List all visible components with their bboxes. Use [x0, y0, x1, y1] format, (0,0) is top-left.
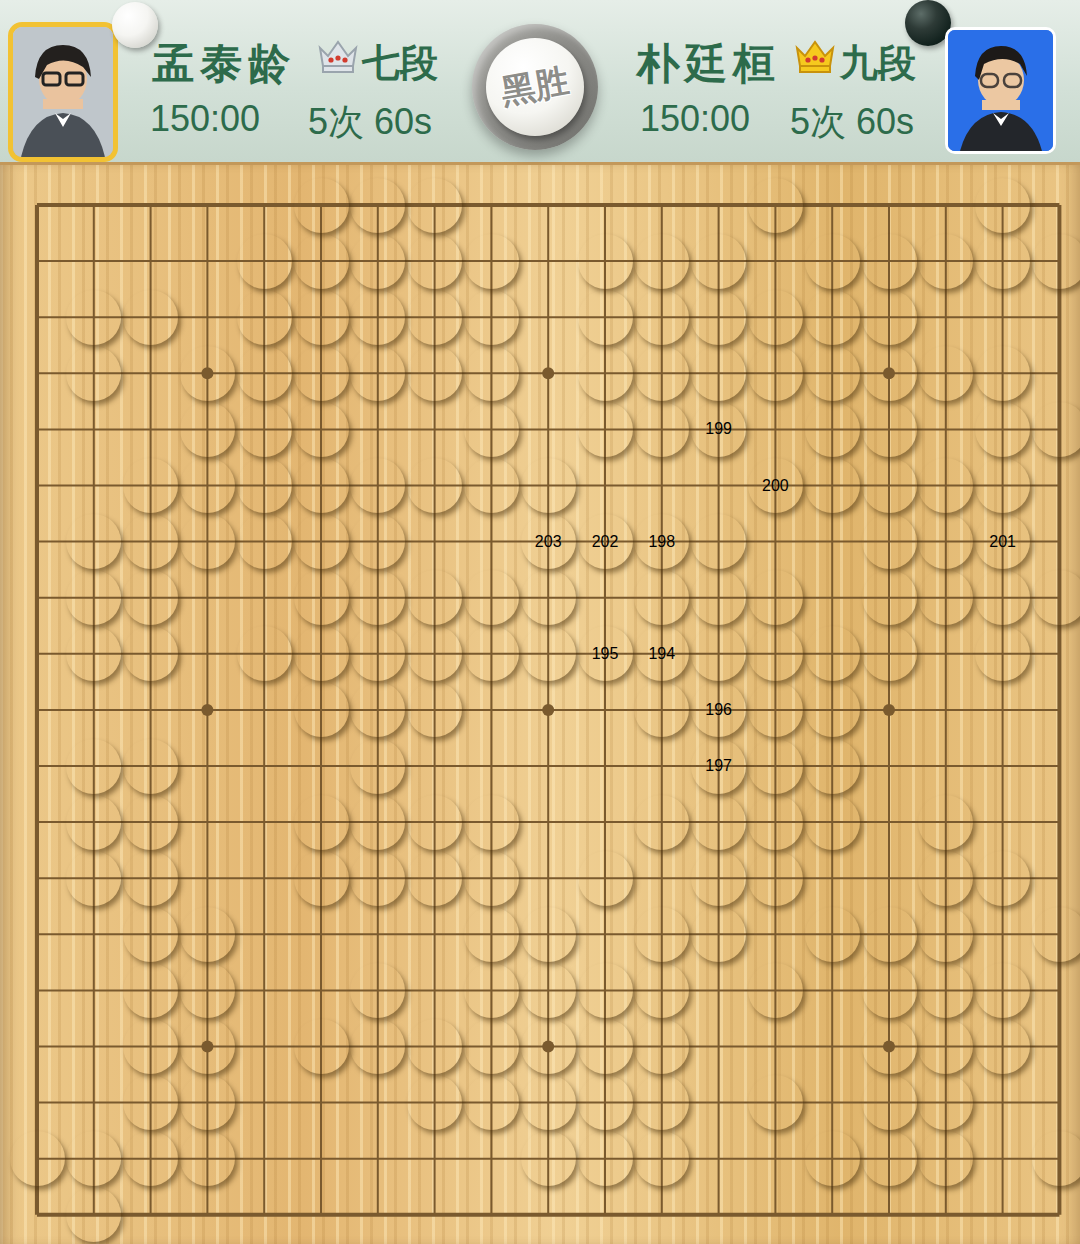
stone-black[interactable]	[464, 402, 519, 457]
stone-black[interactable]	[975, 234, 1030, 289]
silver-crown-icon	[316, 36, 360, 76]
stone-white[interactable]	[180, 1075, 235, 1130]
star-point	[201, 704, 213, 716]
result-badge: 黑胜	[472, 24, 598, 150]
stone-black[interactable]	[407, 1019, 462, 1074]
stone-black[interactable]	[464, 346, 519, 401]
stone-black[interactable]	[237, 346, 292, 401]
stone-black[interactable]	[464, 290, 519, 345]
stone-white[interactable]	[691, 514, 746, 569]
stone-black[interactable]	[66, 290, 121, 345]
stone-white[interactable]	[464, 1075, 519, 1130]
stone-white[interactable]	[407, 851, 462, 906]
stone-black[interactable]	[578, 402, 633, 457]
stone-white[interactable]	[975, 851, 1030, 906]
stone-white[interactable]	[350, 458, 405, 513]
stone-white[interactable]	[237, 514, 292, 569]
stone-white[interactable]	[294, 626, 349, 681]
stone-white[interactable]	[294, 234, 349, 289]
move-number-label: 201	[989, 533, 1016, 551]
stone-white[interactable]	[237, 458, 292, 513]
stone-black[interactable]	[237, 290, 292, 345]
stone-black[interactable]	[464, 234, 519, 289]
stone-white[interactable]	[407, 570, 462, 625]
stone-black[interactable]: 203	[521, 514, 576, 569]
stone-black[interactable]: 199	[691, 402, 746, 457]
stone-black[interactable]	[918, 458, 973, 513]
move-number-label: 194	[648, 645, 675, 663]
gold-crown-icon	[793, 36, 837, 76]
result-badge-text: 黑胜	[498, 58, 573, 115]
stone-black[interactable]	[237, 234, 292, 289]
stone-white[interactable]	[350, 851, 405, 906]
stone-black[interactable]	[748, 682, 803, 737]
stone-white[interactable]	[634, 234, 689, 289]
stone-black[interactable]	[521, 963, 576, 1018]
stone-black[interactable]	[748, 290, 803, 345]
stone-black[interactable]	[578, 963, 633, 1018]
stone-black[interactable]	[521, 626, 576, 681]
stone-black[interactable]	[123, 963, 178, 1018]
stone-white[interactable]	[862, 963, 917, 1018]
left-player-photo	[13, 27, 113, 157]
stone-white[interactable]	[805, 402, 860, 457]
stone-black[interactable]	[634, 963, 689, 1018]
stone-black[interactable]	[180, 402, 235, 457]
stone-black[interactable]: 197	[691, 739, 746, 794]
stone-white[interactable]	[862, 458, 917, 513]
stone-black[interactable]	[294, 402, 349, 457]
match-header: 孟泰龄 七段 150:00 5次 60s 黑胜 朴廷桓 九段 150:00 5次…	[0, 0, 1080, 165]
move-number-label: 198	[648, 533, 675, 551]
stone-white[interactable]	[1032, 907, 1080, 962]
stone-white[interactable]	[862, 234, 917, 289]
stone-black[interactable]	[123, 290, 178, 345]
move-number-label: 202	[592, 533, 619, 551]
stone-white[interactable]	[294, 290, 349, 345]
stone-black[interactable]	[180, 458, 235, 513]
stone-black[interactable]	[748, 739, 803, 794]
stone-black[interactable]	[1032, 1131, 1080, 1186]
stone-white[interactable]	[578, 1131, 633, 1186]
stone-black[interactable]	[521, 907, 576, 962]
stone-black[interactable]	[123, 514, 178, 569]
stone-white[interactable]	[691, 907, 746, 962]
stone-white[interactable]	[862, 1019, 917, 1074]
move-number-label: 203	[535, 533, 562, 551]
stone-white[interactable]	[180, 907, 235, 962]
stone-black[interactable]	[521, 570, 576, 625]
move-number-label: 197	[705, 757, 732, 775]
stone-white[interactable]	[578, 290, 633, 345]
stone-white[interactable]	[123, 851, 178, 906]
stone-black[interactable]	[748, 851, 803, 906]
stone-white[interactable]	[521, 1131, 576, 1186]
app-screen: 孟泰龄 七段 150:00 5次 60s 黑胜 朴廷桓 九段 150:00 5次…	[0, 0, 1080, 1244]
stone-white[interactable]	[123, 570, 178, 625]
stone-white[interactable]	[691, 570, 746, 625]
stone-white[interactable]	[578, 1019, 633, 1074]
stone-white[interactable]	[805, 682, 860, 737]
stone-white[interactable]	[180, 1131, 235, 1186]
stone-white[interactable]	[66, 346, 121, 401]
stone-white[interactable]	[862, 1075, 917, 1130]
stone-white[interactable]	[294, 570, 349, 625]
stone-black[interactable]	[634, 402, 689, 457]
stone-black[interactable]	[862, 402, 917, 457]
stone-white[interactable]	[748, 963, 803, 1018]
star-point	[542, 704, 554, 716]
stone-white[interactable]	[464, 458, 519, 513]
stone-black[interactable]: 195	[578, 626, 633, 681]
stone-black[interactable]	[918, 346, 973, 401]
stone-black[interactable]	[975, 346, 1030, 401]
stone-black[interactable]	[350, 739, 405, 794]
stone-black[interactable]	[918, 1019, 973, 1074]
stone-white[interactable]	[123, 1131, 178, 1186]
stone-white[interactable]	[180, 963, 235, 1018]
stone-white[interactable]	[805, 907, 860, 962]
stone-white[interactable]	[748, 795, 803, 850]
stone-white[interactable]	[975, 963, 1030, 1018]
stone-white[interactable]	[862, 514, 917, 569]
star-point	[883, 704, 895, 716]
move-number-label: 199	[705, 420, 732, 438]
stone-white[interactable]	[748, 570, 803, 625]
stone-white[interactable]	[805, 1131, 860, 1186]
stone-white[interactable]	[294, 1019, 349, 1074]
stone-black[interactable]	[691, 346, 746, 401]
stone-white[interactable]	[918, 907, 973, 962]
stone-black[interactable]	[464, 795, 519, 850]
stone-black[interactable]	[975, 458, 1030, 513]
stone-black[interactable]	[862, 907, 917, 962]
stone-black[interactable]	[975, 570, 1030, 625]
right-player-name: 朴廷桓	[637, 36, 781, 92]
move-number-label: 200	[762, 477, 789, 495]
stone-black[interactable]	[294, 458, 349, 513]
stone-black[interactable]	[350, 795, 405, 850]
stone-white[interactable]	[464, 570, 519, 625]
stone-black[interactable]	[350, 963, 405, 1018]
stone-black[interactable]	[464, 851, 519, 906]
stone-white[interactable]	[805, 290, 860, 345]
right-player-avatar[interactable]	[945, 27, 1056, 154]
stone-white[interactable]	[350, 234, 405, 289]
stone-black[interactable]	[66, 851, 121, 906]
stone-white[interactable]	[805, 739, 860, 794]
stone-white[interactable]	[748, 346, 803, 401]
stone-black[interactable]	[521, 458, 576, 513]
stone-white[interactable]	[237, 402, 292, 457]
stone-black[interactable]	[294, 178, 349, 233]
stone-white[interactable]	[123, 458, 178, 513]
stone-white[interactable]	[521, 1075, 576, 1130]
stone-black[interactable]	[634, 1019, 689, 1074]
stone-black[interactable]	[805, 458, 860, 513]
stone-black[interactable]	[350, 178, 405, 233]
stone-white[interactable]	[578, 234, 633, 289]
stone-black[interactable]	[805, 234, 860, 289]
stone-black[interactable]	[123, 1019, 178, 1074]
stone-white[interactable]	[521, 1019, 576, 1074]
stone-black[interactable]	[10, 1131, 65, 1186]
left-player-byoyomi: 5次 60s	[308, 98, 432, 147]
move-number-label: 196	[705, 701, 732, 719]
stone-white[interactable]	[918, 795, 973, 850]
stone-black[interactable]	[464, 626, 519, 681]
go-board[interactable]: 199200203202198201195194196197	[0, 165, 1080, 1244]
stone-white[interactable]	[805, 795, 860, 850]
stone-white[interactable]	[464, 963, 519, 1018]
stone-white[interactable]	[407, 234, 462, 289]
stone-black[interactable]	[1032, 234, 1080, 289]
stone-white[interactable]	[862, 570, 917, 625]
star-point	[542, 367, 554, 379]
stone-black[interactable]	[464, 1019, 519, 1074]
stone-black[interactable]: 201	[975, 514, 1030, 569]
stone-black[interactable]	[918, 963, 973, 1018]
stone-black[interactable]	[748, 626, 803, 681]
right-player-byoyomi: 5次 60s	[790, 98, 914, 147]
stone-black[interactable]	[180, 346, 235, 401]
stone-white[interactable]	[350, 346, 405, 401]
stone-black[interactable]	[578, 851, 633, 906]
stone-black[interactable]	[407, 290, 462, 345]
stone-white[interactable]	[123, 795, 178, 850]
stone-white[interactable]	[862, 626, 917, 681]
stone-white[interactable]	[918, 851, 973, 906]
stone-white[interactable]	[748, 1075, 803, 1130]
stone-white[interactable]	[237, 626, 292, 681]
stone-black[interactable]	[634, 290, 689, 345]
stone-black[interactable]	[805, 626, 860, 681]
stone-black[interactable]	[691, 290, 746, 345]
stone-black[interactable]	[407, 795, 462, 850]
stone-white[interactable]	[123, 739, 178, 794]
stone-white[interactable]	[294, 514, 349, 569]
stone-white[interactable]	[634, 907, 689, 962]
stone-white[interactable]	[350, 290, 405, 345]
stone-white[interactable]	[294, 851, 349, 906]
stone-black[interactable]	[862, 1131, 917, 1186]
left-player-rank: 七段	[362, 38, 438, 89]
stone-black[interactable]	[634, 346, 689, 401]
stone-black[interactable]	[294, 346, 349, 401]
stone-black[interactable]	[123, 1075, 178, 1130]
move-number-label: 195	[592, 645, 619, 663]
stone-black[interactable]	[691, 851, 746, 906]
right-player-time: 150:00	[640, 98, 750, 140]
stone-white[interactable]: 202	[578, 514, 633, 569]
stone-black[interactable]	[123, 907, 178, 962]
stone-black[interactable]	[975, 1019, 1030, 1074]
stone-white[interactable]	[975, 402, 1030, 457]
stone-white[interactable]	[294, 795, 349, 850]
stone-black[interactable]	[862, 346, 917, 401]
left-player-time: 150:00	[150, 98, 260, 140]
stone-black[interactable]	[66, 795, 121, 850]
result-badge-stone: 黑胜	[486, 38, 584, 136]
right-player-rank: 九段	[840, 38, 916, 89]
stone-white[interactable]	[862, 290, 917, 345]
stone-black[interactable]	[748, 178, 803, 233]
stone-white[interactable]	[350, 1019, 405, 1074]
stone-black[interactable]	[1032, 402, 1080, 457]
stone-black[interactable]	[407, 178, 462, 233]
stone-white[interactable]	[407, 458, 462, 513]
stone-white[interactable]	[1032, 570, 1080, 625]
left-player-avatar[interactable]	[8, 22, 118, 162]
stone-black[interactable]	[691, 234, 746, 289]
stone-black[interactable]	[578, 1075, 633, 1130]
stone-white[interactable]	[407, 1075, 462, 1130]
right-player-photo	[948, 30, 1053, 151]
stone-white[interactable]	[407, 346, 462, 401]
stone-white[interactable]	[294, 682, 349, 737]
stone-white[interactable]	[578, 346, 633, 401]
stone-white[interactable]: 200	[748, 458, 803, 513]
stone-white[interactable]	[975, 178, 1030, 233]
stone-white[interactable]	[180, 1019, 235, 1074]
stone-white[interactable]	[464, 907, 519, 962]
stone-black[interactable]	[634, 795, 689, 850]
stone-white[interactable]	[805, 346, 860, 401]
stone-white[interactable]	[180, 514, 235, 569]
stone-black[interactable]	[66, 739, 121, 794]
left-player-name: 孟泰龄	[152, 36, 296, 92]
stone-black[interactable]	[691, 795, 746, 850]
stone-white[interactable]	[918, 234, 973, 289]
